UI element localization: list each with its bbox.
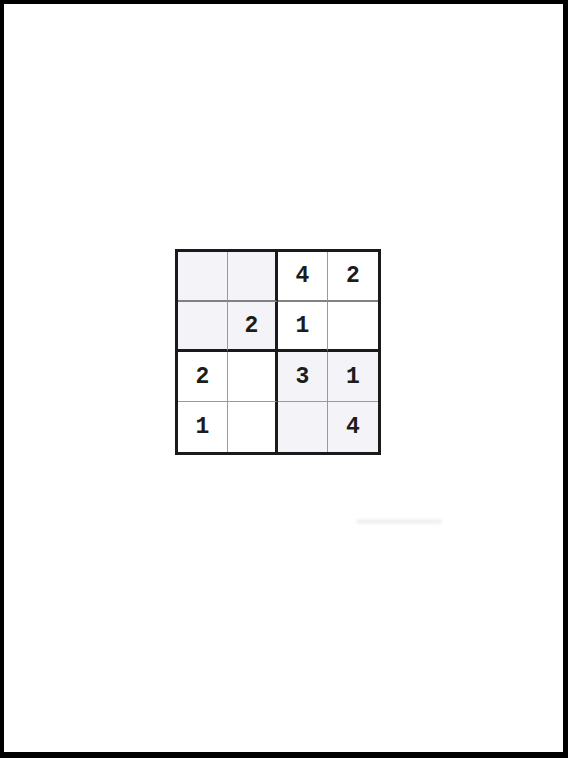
cell-r4c3: [278, 402, 328, 452]
cell-r3c3: 3: [278, 352, 328, 402]
cell-r2c2: 2: [228, 302, 278, 352]
cell-r2c1: [178, 302, 228, 352]
cell-r4c2: [228, 402, 278, 452]
cell-r3c2: [228, 352, 278, 402]
worksheet-page: 4 2 2 1 2 3 1 1 4: [0, 0, 568, 758]
cell-r1c3: 4: [278, 252, 328, 302]
cell-r1c4: 2: [328, 252, 378, 302]
cell-r1c2: [228, 252, 278, 302]
cell-r1c1: [178, 252, 228, 302]
cell-r4c1: 1: [178, 402, 228, 452]
scan-smudge: [356, 519, 442, 524]
cell-r3c1: 2: [178, 352, 228, 402]
sudoku-grid: 4 2 2 1 2 3 1 1 4: [175, 249, 381, 455]
cell-r2c3: 1: [278, 302, 328, 352]
cell-r3c4: 1: [328, 352, 378, 402]
cell-r2c4: [328, 302, 378, 352]
cell-r4c4: 4: [328, 402, 378, 452]
